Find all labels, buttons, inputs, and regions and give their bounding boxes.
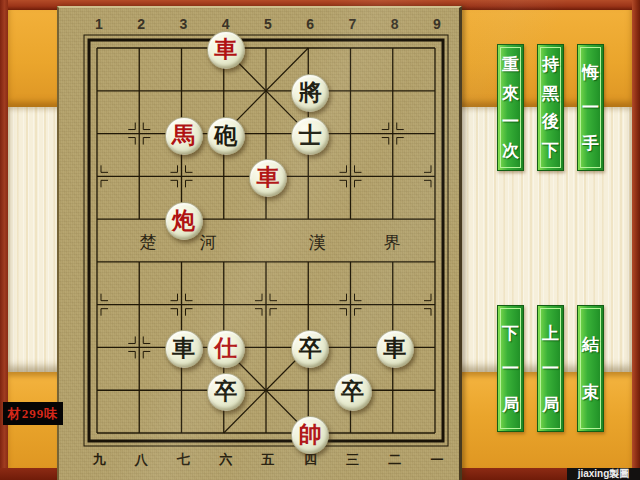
file-label-bottom-2: 八 — [132, 451, 150, 469]
piece-glyph: 仕 — [214, 337, 237, 360]
river-text: 漢 — [307, 231, 327, 254]
button-glyph: 持 — [542, 56, 559, 73]
piece-black-士[interactable]: 士 — [291, 117, 329, 155]
restart-button[interactable]: 重來一次 — [497, 44, 524, 171]
file-label-bottom-8: 二 — [386, 451, 404, 469]
button-glyph: 次 — [502, 142, 519, 159]
file-label-top-8: 8 — [386, 16, 404, 32]
file-label-top-5: 5 — [259, 16, 277, 32]
piece-black-砲[interactable]: 砲 — [207, 117, 245, 155]
file-label-bottom-3: 七 — [175, 451, 193, 469]
piece-glyph: 卒 — [214, 380, 237, 403]
piece-black-將[interactable]: 將 — [291, 74, 329, 112]
piece-glyph: 卒 — [341, 380, 364, 403]
piece-red-炮[interactable]: 炮 — [165, 202, 203, 240]
button-glyph: 下 — [502, 325, 519, 342]
file-label-top-4: 4 — [217, 16, 235, 32]
file-label-bottom-4: 六 — [217, 451, 235, 469]
file-label-bottom-9: 一 — [428, 451, 446, 469]
piece-red-仕[interactable]: 仕 — [207, 330, 245, 368]
river-text: 河 — [198, 231, 218, 254]
file-label-bottom-7: 三 — [344, 451, 362, 469]
next-game-button[interactable]: 下一局 — [497, 305, 524, 432]
frame-right-bar — [632, 0, 640, 480]
button-glyph: 手 — [582, 135, 599, 152]
file-label-top-9: 9 — [428, 16, 446, 32]
piece-black-車[interactable]: 車 — [376, 330, 414, 368]
piece-glyph: 砲 — [214, 124, 237, 147]
piece-red-馬[interactable]: 馬 — [165, 117, 203, 155]
piece-black-車[interactable]: 車 — [165, 330, 203, 368]
file-label-top-3: 3 — [175, 16, 193, 32]
button-glyph: 局 — [502, 396, 519, 413]
piece-red-車[interactable]: 車 — [207, 31, 245, 69]
button-glyph: 悔 — [582, 64, 599, 81]
file-label-top-2: 2 — [132, 16, 150, 32]
button-glyph: 上 — [542, 325, 559, 342]
piece-glyph: 士 — [299, 124, 322, 147]
xiangqi-board[interactable]: 123456789九八七六五四三二一楚河漢界車將馬砲士車炮車仕卒車卒卒帥 — [57, 6, 462, 480]
file-label-bottom-1: 九 — [90, 451, 108, 469]
piece-glyph: 車 — [214, 38, 237, 61]
undo-move-button[interactable]: 悔一手 — [577, 44, 604, 171]
button-glyph: 一 — [582, 99, 599, 116]
button-glyph: 黑 — [542, 85, 559, 102]
piece-glyph: 炮 — [172, 209, 195, 232]
button-glyph: 一 — [502, 113, 519, 130]
button-glyph: 重 — [502, 56, 519, 73]
button-glyph: 下 — [542, 142, 559, 159]
piece-glyph: 車 — [172, 337, 195, 360]
button-glyph: 來 — [502, 85, 519, 102]
app-window: 123456789九八七六五四三二一楚河漢界車將馬砲士車炮車仕卒車卒卒帥 材29… — [0, 0, 640, 480]
end-button[interactable]: 結束 — [577, 305, 604, 432]
file-label-top-6: 6 — [301, 16, 319, 32]
piece-glyph: 帥 — [299, 423, 322, 446]
piece-glyph: 卒 — [299, 337, 322, 360]
button-glyph: 後 — [542, 113, 559, 130]
piece-black-卒[interactable]: 卒 — [334, 373, 372, 411]
button-glyph: 結 — [582, 336, 599, 353]
piece-red-帥[interactable]: 帥 — [291, 416, 329, 454]
river-text: 楚 — [138, 231, 158, 254]
button-glyph: 一 — [542, 360, 559, 377]
credit-watermark: jiaxing製圖 — [567, 468, 640, 480]
prev-game-button[interactable]: 上一局 — [537, 305, 564, 432]
button-glyph: 局 — [542, 396, 559, 413]
piece-black-卒[interactable]: 卒 — [207, 373, 245, 411]
puzzle-number-badge: 材299味 — [3, 402, 63, 425]
river-text: 界 — [382, 231, 402, 254]
piece-glyph: 將 — [299, 81, 322, 104]
file-label-top-7: 7 — [344, 16, 362, 32]
file-label-top-1: 1 — [90, 16, 108, 32]
piece-glyph: 車 — [257, 166, 280, 189]
file-label-bottom-5: 五 — [259, 451, 277, 469]
button-glyph: 一 — [502, 360, 519, 377]
button-glyph: 束 — [582, 384, 599, 401]
piece-glyph: 車 — [383, 337, 406, 360]
play-black-move-second-button[interactable]: 持黑後下 — [537, 44, 564, 171]
piece-glyph: 馬 — [172, 124, 195, 147]
